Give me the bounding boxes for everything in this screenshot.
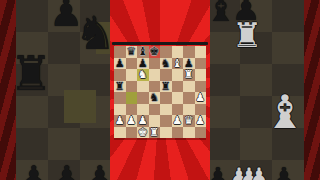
square-b8[interactable]: ♛ <box>126 46 138 58</box>
square-f8[interactable] <box>172 46 184 58</box>
decor-dark-knight-icon: ♞ <box>74 10 110 56</box>
square-a2[interactable]: ♟ <box>114 115 126 127</box>
piece-white-king-c1: ♚ <box>138 127 148 138</box>
board-top-bar <box>112 42 208 45</box>
decor-light-bishop-icon: ♝ <box>264 89 305 135</box>
piece-black-king-d8: ♚ <box>149 46 159 57</box>
square-d4[interactable]: ♞ <box>149 92 161 104</box>
square-a7[interactable]: ♟ <box>114 58 126 70</box>
piece-black-rook-e5: ♜ <box>161 81 171 92</box>
square-e2[interactable] <box>160 115 172 127</box>
square-g5[interactable] <box>183 81 195 93</box>
square-a4[interactable] <box>114 92 126 104</box>
square-f7[interactable]: ♝ <box>172 58 184 70</box>
square-c8[interactable]: ♝ <box>137 46 149 58</box>
piece-white-pawn-c2: ♟ <box>138 115 148 126</box>
square-f4[interactable] <box>172 92 184 104</box>
square-a6[interactable] <box>114 69 126 81</box>
square-c5[interactable] <box>137 81 149 93</box>
square-d1[interactable]: ♜ <box>149 127 161 139</box>
square-c2[interactable]: ♟ <box>137 115 149 127</box>
square-h7[interactable] <box>195 58 207 70</box>
square-d2[interactable] <box>149 115 161 127</box>
piece-white-pawn-b2: ♟ <box>126 115 136 126</box>
piece-black-bishop-c8: ♝ <box>138 46 148 57</box>
video-frame: ♟♞♜♟♟♟ ♝♟♜♝♟♟♟♟♟ ♛♝♚♟♟♞♝♟♞♜♜♜♞♟♟♟♟♟♛♟♚♜ <box>0 0 320 180</box>
piece-white-knight-c6: ♞ <box>138 69 148 80</box>
square-e7[interactable]: ♞ <box>160 58 172 70</box>
piece-black-knight-e7: ♞ <box>161 58 171 69</box>
square-g1[interactable] <box>183 127 195 139</box>
square-g8[interactable] <box>183 46 195 58</box>
square-f6[interactable] <box>172 69 184 81</box>
piece-black-pawn-g7: ♟ <box>184 58 194 69</box>
square-e4[interactable] <box>160 92 172 104</box>
square-e6[interactable] <box>160 69 172 81</box>
decor-dark-pawn-icon: ♟ <box>210 164 230 180</box>
square-b7[interactable] <box>126 58 138 70</box>
decor-dark-pawn-icon: ♟ <box>272 164 295 180</box>
decor-light-rook-icon: ♜ <box>232 18 262 52</box>
piece-black-knight-d4: ♞ <box>149 92 159 103</box>
right-red-edge-strip <box>304 0 320 180</box>
square-c6[interactable]: ♞ <box>137 69 149 81</box>
square-b2[interactable]: ♟ <box>126 115 138 127</box>
piece-white-rook-d1: ♜ <box>149 127 159 138</box>
square-b6[interactable] <box>126 69 138 81</box>
square-a5[interactable]: ♜ <box>114 81 126 93</box>
chess-board: ♛♝♚♟♟♞♝♟♞♜♜♜♞♟♟♟♟♟♛♟♚♜ <box>114 46 206 138</box>
square-e5[interactable]: ♜ <box>160 81 172 93</box>
square-h8[interactable] <box>195 46 207 58</box>
square-e3[interactable] <box>160 104 172 116</box>
olive-square <box>64 90 96 123</box>
piece-black-rook-a5: ♜ <box>115 81 125 92</box>
piece-white-pawn-a2: ♟ <box>115 115 125 126</box>
square-h1[interactable] <box>195 127 207 139</box>
decor-dark-pawn-icon: ♟ <box>87 162 110 180</box>
square-e1[interactable] <box>160 127 172 139</box>
square-h6[interactable] <box>195 69 207 81</box>
square-d7[interactable] <box>149 58 161 70</box>
decor-dark-pawn-icon: ♟ <box>54 162 81 180</box>
square-d8[interactable]: ♚ <box>149 46 161 58</box>
square-a1[interactable] <box>114 127 126 139</box>
background-left: ♟♞♜♟♟♟ <box>0 0 110 180</box>
square-f1[interactable] <box>172 127 184 139</box>
square-h4[interactable]: ♟ <box>195 92 207 104</box>
square-d6[interactable] <box>149 69 161 81</box>
square-b5[interactable] <box>126 81 138 93</box>
square-h2[interactable]: ♟ <box>195 115 207 127</box>
decor-dark-rook-icon: ♜ <box>9 49 52 97</box>
square-e8[interactable] <box>160 46 172 58</box>
piece-black-pawn-a7: ♟ <box>115 58 125 69</box>
piece-white-queen-g2: ♛ <box>184 115 194 126</box>
piece-white-pawn-h4: ♟ <box>195 92 205 103</box>
decor-dark-pawn-icon: ♟ <box>21 162 48 180</box>
piece-white-pawn-f2: ♟ <box>172 115 182 126</box>
square-d3[interactable] <box>149 104 161 116</box>
decor-light-pawn-icon: ♟ <box>250 165 268 180</box>
piece-white-rook-g6: ♜ <box>184 69 194 80</box>
square-g6[interactable]: ♜ <box>183 69 195 81</box>
piece-white-bishop-f7: ♝ <box>172 58 182 69</box>
background-right: ♝♟♜♝♟♟♟♟♟ <box>210 0 320 180</box>
red-burst-background: ♛♝♚♟♟♞♝♟♞♜♜♜♞♟♟♟♟♟♛♟♚♜ <box>110 0 210 180</box>
piece-white-pawn-h2: ♟ <box>195 115 205 126</box>
square-b4[interactable] <box>126 92 138 104</box>
square-f5[interactable] <box>172 81 184 93</box>
square-c4[interactable] <box>137 92 149 104</box>
square-f2[interactable]: ♟ <box>172 115 184 127</box>
square-a8[interactable] <box>114 46 126 58</box>
square-g2[interactable]: ♛ <box>183 115 195 127</box>
board-wrap: ♛♝♚♟♟♞♝♟♞♜♜♜♞♟♟♟♟♟♛♟♚♜ <box>114 46 206 138</box>
square-c1[interactable]: ♚ <box>137 127 149 139</box>
square-b1[interactable] <box>126 127 138 139</box>
piece-black-pawn-c7: ♟ <box>138 58 148 69</box>
square-g4[interactable] <box>183 92 195 104</box>
piece-black-queen-b8: ♛ <box>126 46 136 57</box>
